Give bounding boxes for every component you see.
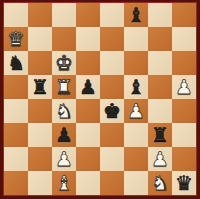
square-g6[interactable] xyxy=(148,51,172,75)
square-g8[interactable] xyxy=(148,3,172,27)
square-h2[interactable] xyxy=(172,147,196,171)
square-b4[interactable] xyxy=(28,99,52,123)
square-d3[interactable] xyxy=(76,123,100,147)
square-h3[interactable] xyxy=(172,123,196,147)
square-g1[interactable]: ♞ xyxy=(148,171,172,195)
piece-white-pawn: ♟ xyxy=(52,147,76,171)
square-h4[interactable] xyxy=(172,99,196,123)
square-h5[interactable]: ♟ xyxy=(172,75,196,99)
square-g3[interactable]: ♜ xyxy=(148,123,172,147)
square-b6[interactable] xyxy=(28,51,52,75)
square-e6[interactable] xyxy=(100,51,124,75)
square-b2[interactable] xyxy=(28,147,52,171)
square-d2[interactable] xyxy=(76,147,100,171)
square-f1[interactable] xyxy=(124,171,148,195)
square-a4[interactable] xyxy=(4,99,28,123)
square-d7[interactable] xyxy=(76,27,100,51)
piece-black-pawn: ♟ xyxy=(76,75,100,99)
square-f2[interactable] xyxy=(124,147,148,171)
square-f7[interactable] xyxy=(124,27,148,51)
square-d5[interactable]: ♟ xyxy=(76,75,100,99)
piece-black-king: ♚ xyxy=(100,99,124,123)
square-f4[interactable]: ♟ xyxy=(124,99,148,123)
square-a8[interactable] xyxy=(4,3,28,27)
square-a5[interactable] xyxy=(4,75,28,99)
square-e5[interactable] xyxy=(100,75,124,99)
square-e4[interactable]: ♚ xyxy=(100,99,124,123)
piece-white-rook: ♜ xyxy=(52,75,76,99)
board-grid: ♝♛♞♚♜♜♟♝♟♞♚♟♟♜♟♟♝♞♛ xyxy=(4,3,196,195)
square-d8[interactable] xyxy=(76,3,100,27)
piece-black-rook: ♜ xyxy=(28,75,52,99)
square-c5[interactable]: ♜ xyxy=(52,75,76,99)
square-g4[interactable] xyxy=(148,99,172,123)
square-h8[interactable] xyxy=(172,3,196,27)
square-b1[interactable] xyxy=(28,171,52,195)
square-a3[interactable] xyxy=(4,123,28,147)
chess-board: ♝♛♞♚♜♜♟♝♟♞♚♟♟♜♟♟♝♞♛ xyxy=(3,2,197,196)
square-c1[interactable]: ♝ xyxy=(52,171,76,195)
square-c7[interactable] xyxy=(52,27,76,51)
square-e1[interactable] xyxy=(100,171,124,195)
square-f5[interactable]: ♝ xyxy=(124,75,148,99)
square-c4[interactable]: ♞ xyxy=(52,99,76,123)
square-a6[interactable]: ♞ xyxy=(4,51,28,75)
piece-white-knight: ♞ xyxy=(148,171,172,195)
square-e8[interactable] xyxy=(100,3,124,27)
square-e2[interactable] xyxy=(100,147,124,171)
square-c8[interactable] xyxy=(52,3,76,27)
square-a2[interactable] xyxy=(4,147,28,171)
piece-white-pawn: ♟ xyxy=(148,147,172,171)
square-a7[interactable]: ♛ xyxy=(4,27,28,51)
square-e3[interactable] xyxy=(100,123,124,147)
square-b8[interactable] xyxy=(28,3,52,27)
square-h6[interactable] xyxy=(172,51,196,75)
square-d4[interactable] xyxy=(76,99,100,123)
square-f3[interactable] xyxy=(124,123,148,147)
square-e7[interactable] xyxy=(100,27,124,51)
square-g2[interactable]: ♟ xyxy=(148,147,172,171)
square-c2[interactable]: ♟ xyxy=(52,147,76,171)
square-h1[interactable]: ♛ xyxy=(172,171,196,195)
piece-black-knight: ♞ xyxy=(4,51,28,75)
piece-black-bishop: ♝ xyxy=(124,3,148,27)
square-b5[interactable]: ♜ xyxy=(28,75,52,99)
piece-black-rook: ♜ xyxy=(148,123,172,147)
square-d1[interactable] xyxy=(76,171,100,195)
piece-white-knight: ♞ xyxy=(52,99,76,123)
piece-black-queen: ♛ xyxy=(172,171,196,195)
square-c3[interactable]: ♟ xyxy=(52,123,76,147)
square-f6[interactable] xyxy=(124,51,148,75)
piece-black-bishop: ♝ xyxy=(124,75,148,99)
square-f8[interactable]: ♝ xyxy=(124,3,148,27)
piece-white-pawn: ♟ xyxy=(172,75,196,99)
square-g7[interactable] xyxy=(148,27,172,51)
piece-white-bishop: ♝ xyxy=(52,171,76,195)
piece-white-queen: ♛ xyxy=(4,27,28,51)
square-g5[interactable] xyxy=(148,75,172,99)
square-d6[interactable] xyxy=(76,51,100,75)
square-a1[interactable] xyxy=(4,171,28,195)
piece-white-king: ♚ xyxy=(52,51,76,75)
piece-white-pawn: ♟ xyxy=(124,99,148,123)
square-h7[interactable] xyxy=(172,27,196,51)
square-c6[interactable]: ♚ xyxy=(52,51,76,75)
square-b3[interactable] xyxy=(28,123,52,147)
piece-black-pawn: ♟ xyxy=(52,123,76,147)
chess-board-diagram: ♝♛♞♚♜♜♟♝♟♞♚♟♟♜♟♟♝♞♛ xyxy=(0,0,200,199)
square-b7[interactable] xyxy=(28,27,52,51)
